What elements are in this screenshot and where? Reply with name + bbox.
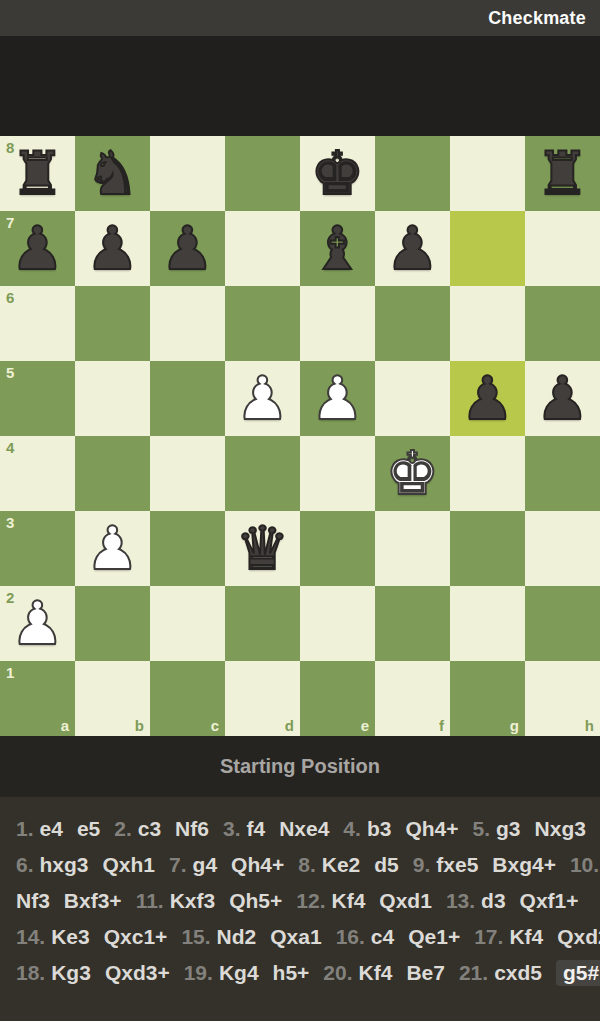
move-line-4: 14.Ke3Qxc1+15.Nd2Qxa116.c4Qe1+17.Kf4Qxd2… xyxy=(16,919,584,955)
square-b8[interactable]: ♞ xyxy=(75,136,150,211)
square-h6[interactable] xyxy=(525,286,600,361)
move[interactable]: Kxf3 xyxy=(170,889,216,913)
move[interactable]: cxd5 xyxy=(494,961,542,985)
move[interactable]: Nxe4 xyxy=(279,817,329,841)
move[interactable]: Ke3 xyxy=(51,925,90,949)
move[interactable]: Qxf1+ xyxy=(520,889,579,913)
move[interactable]: Qxc1+ xyxy=(104,925,168,949)
piece-black-knight[interactable]: ♞ xyxy=(75,136,150,211)
move[interactable]: Kf4 xyxy=(509,925,543,949)
move-line-2: 6.hxg3Qxh17.g4Qh4+8.Ke2d59.fxe5Bxg4+10. xyxy=(16,847,584,883)
square-f1[interactable]: f xyxy=(375,661,450,736)
piece-black-rook[interactable]: ♜ xyxy=(0,136,75,211)
square-e6[interactable] xyxy=(300,286,375,361)
file-label-f: f xyxy=(439,717,444,734)
move[interactable]: d5 xyxy=(374,853,399,877)
move-number: 11. xyxy=(136,889,164,913)
square-g4[interactable] xyxy=(450,436,525,511)
piece-white-pawn[interactable]: ♟ xyxy=(225,361,300,436)
move[interactable]: Nf6 xyxy=(175,817,209,841)
move-number: 3. xyxy=(223,817,241,841)
move[interactable]: Ke2 xyxy=(322,853,361,877)
move-number: 5. xyxy=(473,817,491,841)
move-list[interactable]: 1.e4e52.c3Nf63.f4Nxe44.b3Qh4+5.g3Nxg36.h… xyxy=(0,797,600,991)
square-b7[interactable]: ♟ xyxy=(75,211,150,286)
move[interactable]: Qh4+ xyxy=(231,853,284,877)
move-number: 21. xyxy=(459,961,488,985)
square-c4[interactable] xyxy=(150,436,225,511)
square-f8[interactable] xyxy=(375,136,450,211)
move[interactable]: Bxf3+ xyxy=(64,889,122,913)
piece-black-bishop[interactable]: ♝ xyxy=(300,211,375,286)
square-c7[interactable]: ♟ xyxy=(150,211,225,286)
move[interactable]: Qh5+ xyxy=(229,889,282,913)
square-h3[interactable] xyxy=(525,511,600,586)
file-label-e: e xyxy=(361,717,369,734)
file-label-d: d xyxy=(285,717,294,734)
move[interactable]: Qxd2+ xyxy=(557,925,600,949)
square-b6[interactable] xyxy=(75,286,150,361)
file-label-a: a xyxy=(61,717,69,734)
game-status-label: Checkmate xyxy=(488,8,586,29)
move-number: 15. xyxy=(181,925,210,949)
square-a6[interactable]: 6 xyxy=(0,286,75,361)
move[interactable]: Qe1+ xyxy=(408,925,460,949)
square-a8[interactable]: 8♜ xyxy=(0,136,75,211)
piece-black-pawn[interactable]: ♟ xyxy=(525,361,600,436)
move-number: 14. xyxy=(16,925,45,949)
move-line-1: 1.e4e52.c3Nf63.f4Nxe44.b3Qh4+5.g3Nxg3 xyxy=(16,811,584,847)
piece-white-pawn[interactable]: ♟ xyxy=(75,511,150,586)
square-f5[interactable] xyxy=(375,361,450,436)
square-b2[interactable] xyxy=(75,586,150,661)
square-b4[interactable] xyxy=(75,436,150,511)
square-b5[interactable] xyxy=(75,361,150,436)
chess-board[interactable]: 8♜♞♚♜7♟♟♟♝♟65♟♟♟♟4♚3♟♛2♟1abcdefgh xyxy=(0,136,600,736)
move[interactable]: Nf3 xyxy=(16,889,50,913)
square-a2[interactable]: 2♟ xyxy=(0,586,75,661)
top-dark-panel xyxy=(0,36,600,136)
file-label-b: b xyxy=(135,717,144,734)
piece-white-king[interactable]: ♚ xyxy=(375,436,450,511)
move[interactable]: Bxg4+ xyxy=(492,853,556,877)
square-e3[interactable] xyxy=(300,511,375,586)
move-number: 19. xyxy=(184,961,213,985)
move[interactable]: Kg3 xyxy=(51,961,91,985)
move[interactable]: e4 xyxy=(40,817,63,841)
square-f4[interactable]: ♚ xyxy=(375,436,450,511)
move[interactable]: hxg3 xyxy=(40,853,89,877)
move[interactable]: g3 xyxy=(496,817,521,841)
move-line-5: 18.Kg3Qxd3+19.Kg4h5+20.Kf4Be721.cxd5g5# xyxy=(16,955,584,991)
square-c3[interactable] xyxy=(150,511,225,586)
square-d7[interactable] xyxy=(225,211,300,286)
rank-label-3: 3 xyxy=(6,514,14,531)
square-c2[interactable] xyxy=(150,586,225,661)
rank-label-1: 1 xyxy=(6,664,14,681)
square-a1[interactable]: 1a xyxy=(0,661,75,736)
piece-black-pawn[interactable]: ♟ xyxy=(0,211,75,286)
move[interactable]: Nd2 xyxy=(217,925,257,949)
square-f3[interactable] xyxy=(375,511,450,586)
move[interactable]: Kf4 xyxy=(332,889,366,913)
square-f7[interactable]: ♟ xyxy=(375,211,450,286)
move-caption-bar: Starting Position xyxy=(0,736,600,797)
square-d4[interactable] xyxy=(225,436,300,511)
file-label-g: g xyxy=(510,717,519,734)
move[interactable]: Qxd3+ xyxy=(105,961,170,985)
rank-label-5: 5 xyxy=(6,364,14,381)
square-e5[interactable]: ♟ xyxy=(300,361,375,436)
piece-black-pawn[interactable]: ♟ xyxy=(75,211,150,286)
square-g7[interactable] xyxy=(450,211,525,286)
square-h5[interactable]: ♟ xyxy=(525,361,600,436)
move[interactable]: e5 xyxy=(77,817,100,841)
square-d5[interactable]: ♟ xyxy=(225,361,300,436)
move[interactable]: h5+ xyxy=(273,961,310,985)
move-number: 13. xyxy=(446,889,475,913)
move[interactable]: fxe5 xyxy=(436,853,478,877)
move-number: 16. xyxy=(336,925,365,949)
move-number: 12. xyxy=(296,889,325,913)
move[interactable]: Kg4 xyxy=(219,961,259,985)
move-number: 7. xyxy=(169,853,187,877)
move[interactable]: Kf4 xyxy=(359,961,393,985)
top-bar: Checkmate xyxy=(0,0,600,36)
piece-black-pawn[interactable]: ♟ xyxy=(375,211,450,286)
piece-white-pawn[interactable]: ♟ xyxy=(0,586,75,661)
square-e8[interactable]: ♚ xyxy=(300,136,375,211)
piece-black-pawn[interactable]: ♟ xyxy=(150,211,225,286)
move[interactable]: f4 xyxy=(246,817,265,841)
move[interactable]: b3 xyxy=(367,817,392,841)
piece-black-queen[interactable]: ♛ xyxy=(225,511,300,586)
move-number: 20. xyxy=(323,961,352,985)
square-e2[interactable] xyxy=(300,586,375,661)
move[interactable]: Qxd1 xyxy=(379,889,432,913)
square-c5[interactable] xyxy=(150,361,225,436)
move-line-3: Nf3Bxf3+11.Kxf3Qh5+12.Kf4Qxd113.d3Qxf1+ xyxy=(16,883,584,919)
square-g3[interactable] xyxy=(450,511,525,586)
square-c1[interactable]: c xyxy=(150,661,225,736)
square-h8[interactable]: ♜ xyxy=(525,136,600,211)
move-number: 9. xyxy=(413,853,431,877)
square-h7[interactable] xyxy=(525,211,600,286)
move[interactable]: Be7 xyxy=(406,961,445,985)
move[interactable]: c4 xyxy=(371,925,394,949)
square-h2[interactable] xyxy=(525,586,600,661)
square-g2[interactable] xyxy=(450,586,525,661)
move-number: 18. xyxy=(16,961,45,985)
square-d1[interactable]: d xyxy=(225,661,300,736)
square-h1[interactable]: h xyxy=(525,661,600,736)
square-e7[interactable]: ♝ xyxy=(300,211,375,286)
square-d3[interactable]: ♛ xyxy=(225,511,300,586)
square-a4[interactable]: 4 xyxy=(0,436,75,511)
square-a7[interactable]: 7♟ xyxy=(0,211,75,286)
file-label-c: c xyxy=(211,717,219,734)
current-position-label: Starting Position xyxy=(220,755,380,778)
move-number: 10. xyxy=(570,853,599,877)
square-d6[interactable] xyxy=(225,286,300,361)
piece-black-pawn[interactable]: ♟ xyxy=(450,361,525,436)
square-b3[interactable]: ♟ xyxy=(75,511,150,586)
square-g8[interactable] xyxy=(450,136,525,211)
piece-black-rook[interactable]: ♜ xyxy=(525,136,600,211)
move-number: 6. xyxy=(16,853,34,877)
rank-label-4: 4 xyxy=(6,439,14,456)
square-b1[interactable]: b xyxy=(75,661,150,736)
rank-label-6: 6 xyxy=(6,289,14,306)
square-a3[interactable]: 3 xyxy=(0,511,75,586)
square-g6[interactable] xyxy=(450,286,525,361)
move[interactable]: Qh4+ xyxy=(405,817,458,841)
move-number: 1. xyxy=(16,817,34,841)
square-d2[interactable] xyxy=(225,586,300,661)
move-current[interactable]: g5# xyxy=(556,960,600,986)
move[interactable]: Qxh1 xyxy=(103,853,156,877)
square-c6[interactable] xyxy=(150,286,225,361)
move[interactable]: Nxg3 xyxy=(535,817,586,841)
square-a5[interactable]: 5 xyxy=(0,361,75,436)
square-e1[interactable]: e xyxy=(300,661,375,736)
square-c8[interactable] xyxy=(150,136,225,211)
file-label-h: h xyxy=(585,717,594,734)
move[interactable]: c3 xyxy=(138,817,161,841)
move-number: 4. xyxy=(343,817,361,841)
square-h4[interactable] xyxy=(525,436,600,511)
move-number: 2. xyxy=(114,817,132,841)
move[interactable]: d3 xyxy=(481,889,506,913)
piece-black-king[interactable]: ♚ xyxy=(300,136,375,211)
move-number: 17. xyxy=(474,925,503,949)
piece-white-pawn[interactable]: ♟ xyxy=(300,361,375,436)
move[interactable]: g4 xyxy=(193,853,218,877)
square-f6[interactable] xyxy=(375,286,450,361)
square-d8[interactable] xyxy=(225,136,300,211)
square-g1[interactable]: g xyxy=(450,661,525,736)
square-f2[interactable] xyxy=(375,586,450,661)
square-g5[interactable]: ♟ xyxy=(450,361,525,436)
app-screen: Checkmate 8♜♞♚♜7♟♟♟♝♟65♟♟♟♟4♚3♟♛2♟1abcde… xyxy=(0,0,600,1021)
move-number: 8. xyxy=(298,853,316,877)
move[interactable]: Qxa1 xyxy=(270,925,321,949)
square-e4[interactable] xyxy=(300,436,375,511)
